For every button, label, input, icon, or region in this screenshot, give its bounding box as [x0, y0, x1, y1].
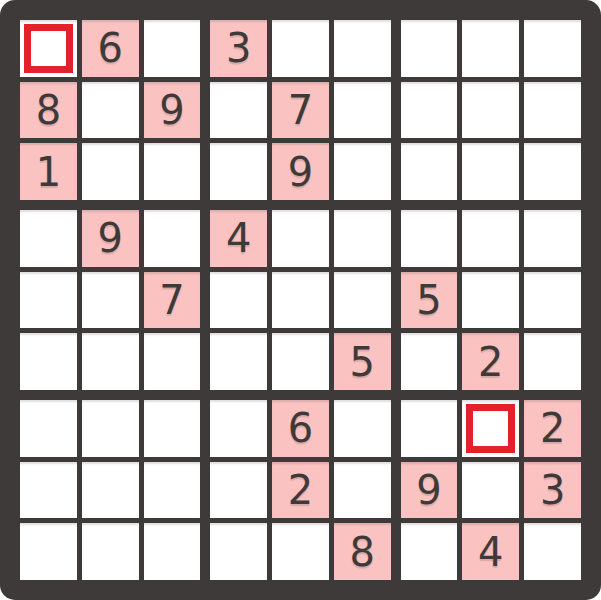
cell-r3c8[interactable]: [462, 143, 519, 200]
cell-r2c8[interactable]: [462, 82, 519, 139]
cell-r3c7[interactable]: [401, 143, 458, 200]
cell-r2c3[interactable]: 9: [144, 82, 201, 139]
cell-r9c9[interactable]: [524, 523, 581, 580]
cell-r2c5[interactable]: 7: [272, 82, 329, 139]
cell-r1c1[interactable]: [20, 20, 77, 77]
cell-r8c3[interactable]: [144, 462, 201, 519]
cell-r5c4[interactable]: [210, 272, 267, 329]
cell-r3c2[interactable]: [82, 143, 139, 200]
cell-r7c4[interactable]: [210, 400, 267, 457]
cell-r8c5[interactable]: 2: [272, 462, 329, 519]
cell-r4c6[interactable]: [334, 210, 391, 267]
cell-r7c2[interactable]: [82, 400, 139, 457]
cell-r8c4[interactable]: [210, 462, 267, 519]
cell-r2c6[interactable]: [334, 82, 391, 139]
cell-r5c7[interactable]: 5: [401, 272, 458, 329]
cell-r6c5[interactable]: [272, 333, 329, 390]
cell-r3c1[interactable]: 1: [20, 143, 77, 200]
cell-r1c2[interactable]: 6: [82, 20, 139, 77]
cell-r4c7[interactable]: [401, 210, 458, 267]
cell-r5c9[interactable]: [524, 272, 581, 329]
cell-r8c6[interactable]: [334, 462, 391, 519]
cell-r4c4[interactable]: 4: [210, 210, 267, 267]
cell-r6c8[interactable]: 2: [462, 333, 519, 390]
cell-r6c2[interactable]: [82, 333, 139, 390]
cell-r4c9[interactable]: [524, 210, 581, 267]
cell-r9c1[interactable]: [20, 523, 77, 580]
cell-r2c9[interactable]: [524, 82, 581, 139]
cell-r7c3[interactable]: [144, 400, 201, 457]
cell-r8c1[interactable]: [20, 462, 77, 519]
cell-r8c9[interactable]: 3: [524, 462, 581, 519]
sudoku-board: 63897199475526229384: [0, 0, 601, 600]
cell-r1c9[interactable]: [524, 20, 581, 77]
cell-r9c3[interactable]: [144, 523, 201, 580]
cell-r3c4[interactable]: [210, 143, 267, 200]
cell-r5c6[interactable]: [334, 272, 391, 329]
cell-r8c2[interactable]: [82, 462, 139, 519]
cell-r2c1[interactable]: 8: [20, 82, 77, 139]
selection-ring: [24, 24, 73, 73]
cell-r7c5[interactable]: 6: [272, 400, 329, 457]
cell-r1c6[interactable]: [334, 20, 391, 77]
cell-r5c8[interactable]: [462, 272, 519, 329]
cell-r9c7[interactable]: [401, 523, 458, 580]
cell-r3c6[interactable]: [334, 143, 391, 200]
sudoku-grid: 63897199475526229384: [20, 20, 581, 580]
cell-r3c3[interactable]: [144, 143, 201, 200]
cell-r2c4[interactable]: [210, 82, 267, 139]
cell-r8c7[interactable]: 9: [401, 462, 458, 519]
cell-r2c2[interactable]: [82, 82, 139, 139]
cell-r9c4[interactable]: [210, 523, 267, 580]
cell-r4c5[interactable]: [272, 210, 329, 267]
cell-r1c5[interactable]: [272, 20, 329, 77]
cell-r6c1[interactable]: [20, 333, 77, 390]
cell-r1c4[interactable]: 3: [210, 20, 267, 77]
cell-r3c9[interactable]: [524, 143, 581, 200]
cell-r5c1[interactable]: [20, 272, 77, 329]
cell-r9c6[interactable]: 8: [334, 523, 391, 580]
selection-ring: [466, 404, 515, 453]
cell-r6c7[interactable]: [401, 333, 458, 390]
cell-r6c4[interactable]: [210, 333, 267, 390]
cell-r1c3[interactable]: [144, 20, 201, 77]
cell-r4c3[interactable]: [144, 210, 201, 267]
cell-r1c7[interactable]: [401, 20, 458, 77]
cell-r7c9[interactable]: 2: [524, 400, 581, 457]
cell-r9c2[interactable]: [82, 523, 139, 580]
cell-r5c3[interactable]: 7: [144, 272, 201, 329]
cell-r7c7[interactable]: [401, 400, 458, 457]
cell-r4c2[interactable]: 9: [82, 210, 139, 267]
cell-r6c9[interactable]: [524, 333, 581, 390]
cell-r7c8[interactable]: [462, 400, 519, 457]
cell-r5c2[interactable]: [82, 272, 139, 329]
cell-r6c3[interactable]: [144, 333, 201, 390]
cell-r9c8[interactable]: 4: [462, 523, 519, 580]
cell-r9c5[interactable]: [272, 523, 329, 580]
cell-r8c8[interactable]: [462, 462, 519, 519]
cell-r6c6[interactable]: 5: [334, 333, 391, 390]
cell-r4c8[interactable]: [462, 210, 519, 267]
cell-r3c5[interactable]: 9: [272, 143, 329, 200]
cell-r2c7[interactable]: [401, 82, 458, 139]
cell-r4c1[interactable]: [20, 210, 77, 267]
cell-r1c8[interactable]: [462, 20, 519, 77]
cell-r7c1[interactable]: [20, 400, 77, 457]
cell-r7c6[interactable]: [334, 400, 391, 457]
cell-r5c5[interactable]: [272, 272, 329, 329]
